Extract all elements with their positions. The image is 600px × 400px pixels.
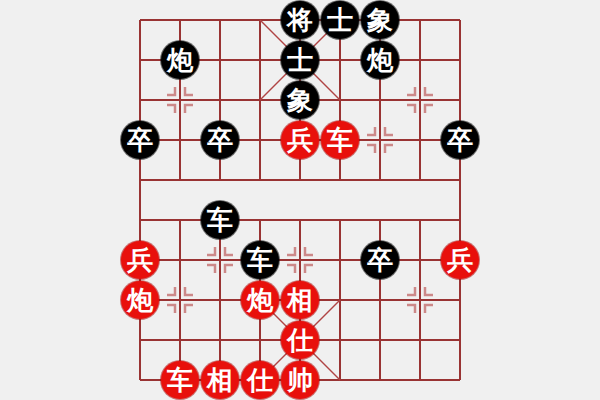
xiangqi-screenshot: 将士象炮士炮象卒卒兵车卒车兵车卒兵炮炮相仕车相仕帅 [0, 0, 600, 400]
piece-red-pawn[interactable]: 兵 [121, 241, 159, 279]
piece-red-cannon[interactable]: 炮 [241, 281, 279, 319]
pieces-layer: 将士象炮士炮象卒卒兵车卒车兵车卒兵炮炮相仕车相仕帅 [120, 0, 480, 400]
piece-red-cannon[interactable]: 炮 [121, 281, 159, 319]
piece-black-general[interactable]: 将 [281, 1, 319, 39]
piece-red-advisor[interactable]: 仕 [281, 321, 319, 359]
piece-black-elephant[interactable]: 象 [281, 81, 319, 119]
piece-red-advisor[interactable]: 仕 [241, 361, 279, 399]
piece-black-pawn[interactable]: 卒 [441, 121, 479, 159]
piece-black-elephant[interactable]: 象 [361, 1, 399, 39]
xiangqi-board[interactable]: 将士象炮士炮象卒卒兵车卒车兵车卒兵炮炮相仕车相仕帅 [120, 0, 480, 400]
piece-black-chariot[interactable]: 车 [201, 201, 239, 239]
piece-red-pawn[interactable]: 兵 [441, 241, 479, 279]
piece-black-pawn[interactable]: 卒 [201, 121, 239, 159]
piece-black-advisor[interactable]: 士 [321, 1, 359, 39]
piece-red-chariot[interactable]: 车 [161, 361, 199, 399]
piece-red-chariot[interactable]: 车 [321, 121, 359, 159]
piece-red-general[interactable]: 帅 [281, 361, 319, 399]
piece-red-elephant[interactable]: 相 [201, 361, 239, 399]
piece-black-advisor[interactable]: 士 [281, 41, 319, 79]
piece-red-pawn[interactable]: 兵 [281, 121, 319, 159]
piece-red-elephant[interactable]: 相 [281, 281, 319, 319]
piece-black-pawn[interactable]: 卒 [121, 121, 159, 159]
piece-black-pawn[interactable]: 卒 [361, 241, 399, 279]
piece-black-cannon[interactable]: 炮 [361, 41, 399, 79]
piece-black-cannon[interactable]: 炮 [161, 41, 199, 79]
piece-black-chariot[interactable]: 车 [241, 241, 279, 279]
